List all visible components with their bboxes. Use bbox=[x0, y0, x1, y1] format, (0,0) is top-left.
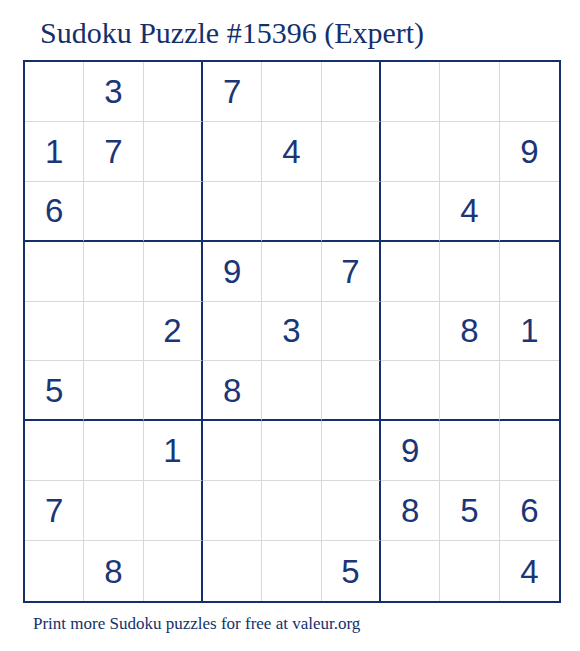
cell-r5c7[interactable] bbox=[381, 302, 440, 362]
cell-r5c4[interactable] bbox=[203, 302, 262, 362]
cell-r9c9[interactable]: 4 bbox=[500, 541, 559, 601]
cell-r9c1[interactable] bbox=[25, 541, 84, 601]
cell-r4c5[interactable] bbox=[262, 242, 321, 302]
cell-r2c8[interactable] bbox=[440, 122, 499, 182]
cell-r5c2[interactable] bbox=[84, 302, 143, 362]
cell-r2c5[interactable]: 4 bbox=[262, 122, 321, 182]
cell-r5c3[interactable]: 2 bbox=[144, 302, 203, 362]
cell-r8c4[interactable] bbox=[203, 481, 262, 541]
cell-r7c6[interactable] bbox=[322, 421, 381, 481]
cell-r3c4[interactable] bbox=[203, 182, 262, 242]
cell-r6c1[interactable]: 5 bbox=[25, 361, 84, 421]
cell-r7c4[interactable] bbox=[203, 421, 262, 481]
cell-r3c3[interactable] bbox=[144, 182, 203, 242]
cell-r5c5[interactable]: 3 bbox=[262, 302, 321, 362]
cell-r5c8[interactable]: 8 bbox=[440, 302, 499, 362]
cell-r7c3[interactable]: 1 bbox=[144, 421, 203, 481]
cell-r6c7[interactable] bbox=[381, 361, 440, 421]
cell-r1c8[interactable] bbox=[440, 62, 499, 122]
cell-r8c9[interactable]: 6 bbox=[500, 481, 559, 541]
cell-r9c6[interactable]: 5 bbox=[322, 541, 381, 601]
cell-r4c8[interactable] bbox=[440, 242, 499, 302]
cell-r2c9[interactable]: 9 bbox=[500, 122, 559, 182]
cell-r4c9[interactable] bbox=[500, 242, 559, 302]
cell-r4c6[interactable]: 7 bbox=[322, 242, 381, 302]
sudoku-board: 3717496497238158197856854 bbox=[23, 60, 561, 603]
cell-r6c4[interactable]: 8 bbox=[203, 361, 262, 421]
cell-r3c5[interactable] bbox=[262, 182, 321, 242]
cell-r2c7[interactable] bbox=[381, 122, 440, 182]
cell-r1c6[interactable] bbox=[322, 62, 381, 122]
cell-r9c7[interactable] bbox=[381, 541, 440, 601]
cell-r2c1[interactable]: 1 bbox=[25, 122, 84, 182]
cell-r2c6[interactable] bbox=[322, 122, 381, 182]
cell-r6c5[interactable] bbox=[262, 361, 321, 421]
cell-r8c5[interactable] bbox=[262, 481, 321, 541]
cell-r8c1[interactable]: 7 bbox=[25, 481, 84, 541]
cell-r9c8[interactable] bbox=[440, 541, 499, 601]
cell-r8c6[interactable] bbox=[322, 481, 381, 541]
cell-r6c2[interactable] bbox=[84, 361, 143, 421]
cell-r1c5[interactable] bbox=[262, 62, 321, 122]
cell-r5c6[interactable] bbox=[322, 302, 381, 362]
cell-r6c3[interactable] bbox=[144, 361, 203, 421]
cell-r2c2[interactable]: 7 bbox=[84, 122, 143, 182]
cell-r1c9[interactable] bbox=[500, 62, 559, 122]
cell-r8c8[interactable]: 5 bbox=[440, 481, 499, 541]
cell-r6c6[interactable] bbox=[322, 361, 381, 421]
cell-r2c3[interactable] bbox=[144, 122, 203, 182]
cell-r1c2[interactable]: 3 bbox=[84, 62, 143, 122]
cell-r1c4[interactable]: 7 bbox=[203, 62, 262, 122]
cell-r4c4[interactable]: 9 bbox=[203, 242, 262, 302]
cell-r8c7[interactable]: 8 bbox=[381, 481, 440, 541]
cell-r4c3[interactable] bbox=[144, 242, 203, 302]
cell-r3c6[interactable] bbox=[322, 182, 381, 242]
cell-r7c1[interactable] bbox=[25, 421, 84, 481]
cell-r7c5[interactable] bbox=[262, 421, 321, 481]
footer-credit: Print more Sudoku puzzles for free at va… bbox=[33, 614, 360, 634]
cell-r7c2[interactable] bbox=[84, 421, 143, 481]
sudoku-page: Sudoku Puzzle #15396 (Expert) 3717496497… bbox=[0, 0, 580, 651]
cell-r3c9[interactable] bbox=[500, 182, 559, 242]
cell-r4c7[interactable] bbox=[381, 242, 440, 302]
cell-r7c7[interactable]: 9 bbox=[381, 421, 440, 481]
cell-r9c4[interactable] bbox=[203, 541, 262, 601]
cell-r1c3[interactable] bbox=[144, 62, 203, 122]
cell-r3c8[interactable]: 4 bbox=[440, 182, 499, 242]
cell-r1c7[interactable] bbox=[381, 62, 440, 122]
cell-r7c9[interactable] bbox=[500, 421, 559, 481]
cell-r6c8[interactable] bbox=[440, 361, 499, 421]
cell-r4c2[interactable] bbox=[84, 242, 143, 302]
cell-r3c7[interactable] bbox=[381, 182, 440, 242]
cell-r8c2[interactable] bbox=[84, 481, 143, 541]
cell-r7c8[interactable] bbox=[440, 421, 499, 481]
cell-r9c2[interactable]: 8 bbox=[84, 541, 143, 601]
cell-r3c1[interactable]: 6 bbox=[25, 182, 84, 242]
cell-r9c3[interactable] bbox=[144, 541, 203, 601]
cell-r2c4[interactable] bbox=[203, 122, 262, 182]
cell-r5c1[interactable] bbox=[25, 302, 84, 362]
cell-r3c2[interactable] bbox=[84, 182, 143, 242]
cell-r4c1[interactable] bbox=[25, 242, 84, 302]
cell-r8c3[interactable] bbox=[144, 481, 203, 541]
page-title: Sudoku Puzzle #15396 (Expert) bbox=[40, 16, 424, 50]
cell-r5c9[interactable]: 1 bbox=[500, 302, 559, 362]
cell-r9c5[interactable] bbox=[262, 541, 321, 601]
cell-r6c9[interactable] bbox=[500, 361, 559, 421]
cell-r1c1[interactable] bbox=[25, 62, 84, 122]
